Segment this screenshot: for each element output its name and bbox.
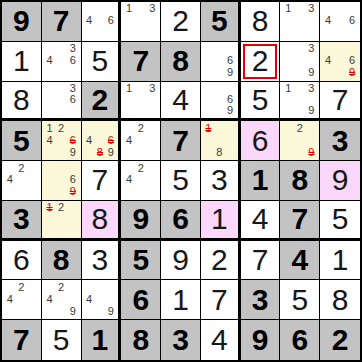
candidate: 6 — [67, 55, 79, 67]
cell-r1c5[interactable]: 2 — [161, 2, 201, 42]
given-digit: 6 — [291, 325, 308, 355]
cell-r1c4[interactable]: 13 — [121, 2, 161, 42]
candidate: 1 — [282, 83, 294, 94]
candidate: 2 — [55, 281, 67, 293]
pencil-marks: 69 — [203, 83, 236, 117]
pencil-marks: 24 — [4, 281, 39, 317]
pencil-marks: 469 — [322, 43, 358, 79]
cell-r5c7[interactable]: 1 — [241, 161, 281, 201]
solved-digit: 2 — [211, 245, 228, 275]
cell-r1c3[interactable]: 46 — [82, 2, 122, 42]
pencil-marks: 13 — [123, 83, 158, 117]
candidate: 2 — [294, 122, 306, 134]
cell-r8c8[interactable]: 5 — [280, 280, 320, 320]
cell-r2c3[interactable]: 5 — [82, 42, 122, 82]
candidate: 4 — [84, 293, 95, 305]
solved-digit: 5 — [332, 204, 349, 234]
solved-digit: 9 — [172, 245, 189, 275]
cell-r2c2[interactable]: 346 — [42, 42, 82, 82]
given-digit: 9 — [13, 6, 30, 36]
given-digit: 7 — [291, 204, 308, 234]
candidate: 4 — [4, 174, 16, 186]
candidate: 9 — [67, 305, 79, 317]
cell-r5c1[interactable]: 24 — [2, 161, 42, 201]
cell-r8c1[interactable]: 24 — [2, 280, 42, 320]
given-digit: 7 — [13, 325, 30, 355]
eliminated-candidate: 1 — [44, 202, 56, 213]
cell-r2c8[interactable]: 39 — [280, 42, 320, 82]
candidate: 2 — [135, 162, 147, 174]
solved-digit: 5 — [92, 46, 109, 76]
candidate: 8 — [214, 146, 225, 158]
candidate: 2 — [16, 281, 28, 293]
pencil-marks: 49 — [84, 281, 117, 317]
solved-digit: 8 — [92, 204, 109, 234]
candidate: 9 — [225, 67, 236, 79]
solved-digit: 2 — [172, 6, 189, 36]
pencil-marks: 36 — [44, 83, 79, 117]
cell-r3c7[interactable]: 5 — [241, 82, 281, 122]
cell-r9c3[interactable]: 1 — [82, 320, 122, 360]
given-digit: 3 — [252, 285, 269, 315]
cell-r7c4[interactable]: 5 — [121, 241, 161, 281]
pencil-marks: 46 — [322, 3, 358, 39]
given-digit: 4 — [291, 245, 308, 275]
eliminated-candidate: 6 — [105, 134, 116, 146]
cell-r8c7[interactable]: 3 — [241, 280, 281, 320]
given-digit: 3 — [172, 325, 189, 355]
pencil-marks: 4689 — [84, 122, 117, 158]
candidate: 2 — [16, 162, 28, 174]
candidate: 2 — [135, 122, 147, 134]
given-digit: 8 — [132, 325, 149, 355]
cell-r7c6[interactable]: 2 — [201, 241, 241, 281]
cell-r4c1[interactable]: 5 — [2, 121, 42, 161]
solved-digit: 7 — [252, 245, 269, 275]
cell-r8c6[interactable]: 7 — [201, 280, 241, 320]
candidate: 3 — [306, 83, 318, 94]
candidate: 9 — [225, 105, 236, 116]
given-digit: 8 — [53, 245, 70, 275]
solved-digit: 1 — [211, 204, 228, 234]
given-digit: 2 — [332, 325, 349, 355]
given-digit: 3 — [13, 204, 30, 234]
cell-r2c9[interactable]: 469 — [320, 42, 360, 82]
pencil-marks: 46 — [84, 3, 117, 39]
cell-r6c5[interactable]: 6 — [161, 201, 201, 241]
cell-r1c2[interactable]: 7 — [42, 2, 82, 42]
cell-r7c3[interactable]: 3 — [82, 241, 122, 281]
cell-r4c5[interactable]: 7 — [161, 121, 201, 161]
cell-r3c1[interactable]: 8 — [2, 82, 42, 122]
solved-digit: 7 — [211, 285, 228, 315]
given-digit: 5 — [132, 245, 149, 275]
candidate: 3 — [306, 43, 318, 55]
candidate: 1 — [44, 122, 56, 134]
cell-r3c5[interactable]: 4 — [161, 82, 201, 122]
cell-r2c5[interactable]: 8 — [161, 42, 201, 82]
sudoku-board: 9746132581346134657869239469836213469513… — [0, 0, 362, 362]
pencil-marks: 13 — [123, 3, 158, 39]
pencil-marks: 346 — [44, 43, 79, 79]
candidate: 4 — [44, 55, 56, 67]
cell-r4c2[interactable]: 12469 — [42, 121, 82, 161]
solved-digit: 3 — [92, 245, 109, 275]
pencil-marks: 139 — [282, 83, 317, 117]
cell-r8c4[interactable]: 6 — [121, 280, 161, 320]
cell-r5c8[interactable]: 8 — [280, 161, 320, 201]
candidate: 4 — [44, 134, 56, 146]
cell-r4c6[interactable]: 18 — [201, 121, 241, 161]
solved-digit: 8 — [13, 85, 30, 115]
cell-r4c7[interactable]: 6 — [241, 121, 281, 161]
solved-digit: 8 — [332, 285, 349, 315]
pencil-marks: 69 — [44, 162, 79, 198]
given-digit: 8 — [291, 165, 308, 195]
cell-r6c2[interactable]: 12 — [42, 201, 82, 241]
candidate: 6 — [67, 174, 79, 186]
candidate: 2 — [55, 202, 67, 213]
candidate: 3 — [147, 83, 159, 94]
candidate: 2 — [55, 122, 67, 134]
candidate: 6 — [346, 55, 358, 67]
pencil-marks: 18 — [203, 122, 236, 158]
given-digit: 7 — [172, 126, 189, 156]
cell-r9c2[interactable]: 5 — [42, 320, 82, 360]
candidate: 3 — [147, 3, 159, 15]
candidate: 4 — [123, 174, 135, 186]
eliminated-candidate: 8 — [94, 146, 105, 158]
eliminated-candidate: 9 — [346, 67, 358, 79]
cell-r8c9[interactable]: 8 — [320, 280, 360, 320]
candidate: 4 — [322, 55, 334, 67]
cell-r7c7[interactable]: 7 — [241, 241, 281, 281]
cell-r3c4[interactable]: 13 — [121, 82, 161, 122]
pencil-marks: 69 — [203, 43, 236, 79]
cell-r1c1[interactable]: 9 — [2, 2, 42, 42]
cell-r1c8[interactable]: 13 — [280, 2, 320, 42]
given-digit: 2 — [92, 85, 109, 115]
candidate: 4 — [4, 293, 16, 305]
solved-digit: 9 — [332, 165, 349, 195]
candidate: 6 — [225, 55, 236, 67]
solved-digit: 1 — [13, 46, 30, 76]
pencil-marks: 24 — [123, 122, 158, 158]
cell-r5c5[interactable]: 5 — [161, 161, 201, 201]
solved-digit: 5 — [291, 285, 308, 315]
cell-r5c2[interactable]: 69 — [42, 161, 82, 201]
cell-r9c7[interactable]: 9 — [241, 320, 281, 360]
cell-r4c9[interactable]: 3 — [320, 121, 360, 161]
candidate: 1 — [123, 83, 135, 94]
solved-digit: 7 — [332, 85, 349, 115]
cell-r9c6[interactable]: 4 — [201, 320, 241, 360]
cell-r6c9[interactable]: 5 — [320, 201, 360, 241]
eliminated-candidate: 6 — [67, 134, 79, 146]
given-digit: 5 — [13, 126, 30, 156]
solved-digit: 6 — [252, 126, 269, 156]
pencil-marks: 12 — [44, 202, 79, 236]
eliminated-candidate: 9 — [306, 146, 318, 158]
cell-r3c6[interactable]: 69 — [201, 82, 241, 122]
solved-digit: 7 — [92, 165, 109, 195]
pencil-marks: 24 — [4, 162, 39, 198]
cell-r2c7[interactable]: 2 — [241, 42, 281, 82]
candidate: 9 — [105, 146, 116, 158]
cell-r3c9[interactable]: 7 — [320, 82, 360, 122]
cell-r8c3[interactable]: 49 — [82, 280, 122, 320]
solved-digit: 5 — [172, 165, 189, 195]
given-digit: 7 — [132, 46, 149, 76]
given-digit: 9 — [132, 204, 149, 234]
given-digit: 1 — [252, 165, 269, 195]
solved-digit: 5 — [252, 85, 269, 115]
cell-r9c4[interactable]: 8 — [121, 320, 161, 360]
cell-r4c4[interactable]: 24 — [121, 121, 161, 161]
candidate: 6 — [67, 94, 79, 105]
cell-r6c6[interactable]: 1 — [201, 201, 241, 241]
candidate: 4 — [84, 134, 95, 146]
pencil-marks: 29 — [282, 122, 317, 158]
cell-r2c4[interactable]: 7 — [121, 42, 161, 82]
cell-r9c8[interactable]: 6 — [280, 320, 320, 360]
cell-r9c9[interactable]: 2 — [320, 320, 360, 360]
cell-r3c3[interactable]: 2 — [82, 82, 122, 122]
candidate: 4 — [44, 293, 56, 305]
solved-digit: 2 — [252, 46, 269, 76]
cell-r6c8[interactable]: 7 — [280, 201, 320, 241]
cell-r9c1[interactable]: 7 — [2, 320, 42, 360]
cell-r2c1[interactable]: 1 — [2, 42, 42, 82]
cell-r6c7[interactable]: 4 — [241, 201, 281, 241]
solved-digit: 8 — [252, 6, 269, 36]
solved-digit: 4 — [211, 325, 228, 355]
eliminated-candidate: 9 — [67, 186, 79, 198]
given-digit: 9 — [252, 325, 269, 355]
cell-r3c8[interactable]: 139 — [280, 82, 320, 122]
solved-digit: 6 — [13, 245, 30, 275]
given-digit: 1 — [92, 325, 109, 355]
candidate: 3 — [306, 3, 318, 15]
cell-r5c9[interactable]: 9 — [320, 161, 360, 201]
candidate: 4 — [84, 15, 95, 27]
candidate: 4 — [123, 134, 135, 146]
pencil-marks: 13 — [282, 3, 317, 39]
candidate: 9 — [306, 67, 318, 79]
cell-r1c7[interactable]: 8 — [241, 2, 281, 42]
cell-r1c9[interactable]: 46 — [320, 2, 360, 42]
cell-r1c6[interactable]: 5 — [201, 2, 241, 42]
candidate: 1 — [123, 3, 135, 15]
cell-r5c4[interactable]: 24 — [121, 161, 161, 201]
candidate: 6 — [105, 15, 116, 27]
cell-r9c5[interactable]: 3 — [161, 320, 201, 360]
solved-digit: 1 — [332, 245, 349, 275]
solved-digit: 4 — [172, 85, 189, 115]
pencil-marks: 12469 — [44, 122, 79, 158]
cell-r6c3[interactable]: 8 — [82, 201, 122, 241]
candidate: 4 — [322, 15, 334, 27]
cell-r7c2[interactable]: 8 — [42, 241, 82, 281]
solved-digit: 5 — [53, 325, 70, 355]
given-digit: 6 — [132, 285, 149, 315]
cell-r2c6[interactable]: 69 — [201, 42, 241, 82]
solved-digit: 1 — [172, 285, 189, 315]
cell-r6c4[interactable]: 9 — [121, 201, 161, 241]
given-digit: 3 — [332, 126, 349, 156]
cell-r4c3[interactable]: 4689 — [82, 121, 122, 161]
cell-r4c8[interactable]: 29 — [280, 121, 320, 161]
candidate: 9 — [105, 305, 116, 317]
given-digit: 7 — [53, 6, 70, 36]
cell-r3c2[interactable]: 36 — [42, 82, 82, 122]
cell-r7c1[interactable]: 6 — [2, 241, 42, 281]
cell-r7c5[interactable]: 9 — [161, 241, 201, 281]
eliminated-candidate: 1 — [203, 122, 214, 134]
candidate: 9 — [306, 105, 318, 116]
cell-r8c5[interactable]: 1 — [161, 280, 201, 320]
cell-r7c9[interactable]: 1 — [320, 241, 360, 281]
given-digit: 6 — [172, 204, 189, 234]
cell-r6c1[interactable]: 3 — [2, 201, 42, 241]
candidate: 1 — [282, 3, 294, 15]
given-digit: 8 — [172, 46, 189, 76]
cell-r8c2[interactable]: 249 — [42, 280, 82, 320]
cell-r5c3[interactable]: 7 — [82, 161, 122, 201]
pencil-marks: 24 — [123, 162, 158, 198]
solved-digit: 3 — [211, 165, 228, 195]
cell-r5c6[interactable]: 3 — [201, 161, 241, 201]
pencil-marks: 39 — [282, 43, 317, 79]
given-digit: 5 — [211, 6, 228, 36]
candidate: 9 — [67, 146, 79, 158]
pencil-marks: 249 — [44, 281, 79, 317]
candidate: 6 — [346, 15, 358, 27]
solved-digit: 4 — [252, 204, 269, 234]
candidate: 3 — [67, 43, 79, 55]
cell-r7c8[interactable]: 4 — [280, 241, 320, 281]
